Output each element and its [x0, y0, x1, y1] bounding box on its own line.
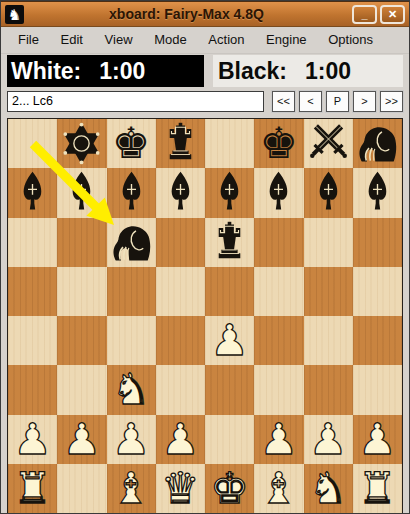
piece-white-pawn[interactable]: ♟ — [304, 415, 353, 464]
black-clock-label: Black: — [218, 58, 287, 85]
square-d7[interactable] — [156, 168, 205, 217]
square-d6[interactable] — [156, 218, 205, 267]
menu-options[interactable]: Options — [319, 27, 382, 53]
square-d1[interactable]: ♛ — [156, 464, 205, 513]
square-b6[interactable] — [57, 218, 106, 267]
navigation-row: 2... Lc6 << < P > >> — [1, 88, 409, 115]
square-c8[interactable]: ♚ — [107, 119, 156, 168]
square-f1[interactable]: ♝ — [254, 464, 303, 513]
piece-white-bishop[interactable]: ♝ — [254, 464, 303, 513]
square-h8[interactable] — [353, 119, 402, 168]
square-c5[interactable] — [107, 267, 156, 316]
menu-bar: File Edit View Mode Action Engine Option… — [1, 27, 409, 54]
menu-view[interactable]: View — [96, 27, 142, 53]
minimize-button[interactable]: _ — [352, 5, 377, 24]
square-g1[interactable]: ♞ — [304, 464, 353, 513]
square-a2[interactable]: ♟ — [8, 415, 57, 464]
square-f8[interactable]: ♚ — [254, 119, 303, 168]
piece-black-lieutenant[interactable] — [355, 121, 400, 166]
forward-to-end-button[interactable]: >> — [380, 91, 403, 112]
piece-black-king[interactable]: ♚ — [254, 119, 303, 168]
square-h2[interactable]: ♟ — [353, 415, 402, 464]
menu-action[interactable]: Action — [199, 27, 253, 53]
square-h1[interactable]: ♜ — [353, 464, 402, 513]
menu-file[interactable]: File — [9, 27, 48, 53]
piece-black-hoplite[interactable] — [158, 170, 203, 215]
piece-black-hoplite[interactable] — [256, 170, 301, 215]
square-e4[interactable]: ♟ — [205, 316, 254, 365]
square-d4[interactable] — [156, 316, 205, 365]
forward-button[interactable]: > — [353, 91, 376, 112]
square-a1[interactable]: ♜ — [8, 464, 57, 513]
square-e2[interactable] — [205, 415, 254, 464]
piece-white-pawn[interactable]: ♟ — [205, 316, 254, 365]
close-button[interactable]: ✕ — [380, 5, 405, 24]
square-c2[interactable]: ♟ — [107, 415, 156, 464]
piece-black-hoplite[interactable] — [355, 170, 400, 215]
square-g3[interactable] — [304, 365, 353, 414]
menu-edit[interactable]: Edit — [52, 27, 92, 53]
square-h4[interactable] — [353, 316, 402, 365]
black-clock[interactable]: Black: 1:00 — [213, 55, 403, 87]
piece-black-hoplite[interactable] — [59, 170, 104, 215]
square-b3[interactable] — [57, 365, 106, 414]
piece-white-pawn[interactable]: ♟ — [8, 415, 57, 464]
white-clock[interactable]: White: 1:00 — [7, 55, 204, 87]
move-indicator-field[interactable]: 2... Lc6 — [7, 91, 264, 112]
board-frame: ♚♚♟♞♟♟♟♟♟♟♟♜♝♛♚♝♞♜ — [7, 118, 403, 514]
menu-mode[interactable]: Mode — [145, 27, 196, 53]
square-g6[interactable] — [304, 218, 353, 267]
square-h6[interactable] — [353, 218, 402, 267]
square-e6[interactable] — [205, 218, 254, 267]
square-e7[interactable] — [205, 168, 254, 217]
nav-buttons: << < P > >> — [272, 91, 403, 112]
menu-engine[interactable]: Engine — [257, 27, 315, 53]
square-c6[interactable] — [107, 218, 156, 267]
piece-white-bishop[interactable]: ♝ — [107, 464, 156, 513]
square-a4[interactable] — [8, 316, 57, 365]
square-d2[interactable]: ♟ — [156, 415, 205, 464]
square-e1[interactable]: ♚ — [205, 464, 254, 513]
piece-black-hoplite[interactable] — [10, 170, 55, 215]
rewind-to-start-button[interactable]: << — [272, 91, 295, 112]
square-a6[interactable] — [8, 218, 57, 267]
piece-white-knight[interactable]: ♞ — [304, 464, 353, 513]
piece-white-king[interactable]: ♚ — [205, 464, 254, 513]
square-b4[interactable] — [57, 316, 106, 365]
white-clock-time: 1:00 — [99, 58, 145, 85]
square-b5[interactable] — [57, 267, 106, 316]
piece-black-lieutenant[interactable] — [109, 220, 154, 265]
window-title: xboard: Fairy-Max 4.8Q — [24, 6, 349, 22]
back-button[interactable]: < — [299, 91, 322, 112]
square-h7[interactable] — [353, 168, 402, 217]
pause-button[interactable]: P — [326, 91, 349, 112]
piece-black-king[interactable]: ♚ — [107, 119, 156, 168]
piece-black-hoplite[interactable] — [109, 170, 154, 215]
black-clock-time: 1:00 — [305, 58, 351, 85]
piece-white-pawn[interactable]: ♟ — [57, 415, 106, 464]
square-d5[interactable] — [156, 267, 205, 316]
square-g8[interactable] — [304, 119, 353, 168]
square-f4[interactable] — [254, 316, 303, 365]
piece-white-pawn[interactable]: ♟ — [353, 415, 402, 464]
title-bar: ♞ xboard: Fairy-Max 4.8Q _ ✕ — [1, 1, 409, 27]
square-f5[interactable] — [254, 267, 303, 316]
app-knight-icon: ♞ — [5, 5, 24, 24]
piece-white-rook[interactable]: ♜ — [8, 464, 57, 513]
square-b2[interactable]: ♟ — [57, 415, 106, 464]
piece-white-queen[interactable]: ♛ — [156, 464, 205, 513]
square-h3[interactable] — [353, 365, 402, 414]
board: ♚♚♟♞♟♟♟♟♟♟♟♜♝♛♚♝♞♜ — [8, 119, 402, 513]
square-f2[interactable]: ♟ — [254, 415, 303, 464]
square-g2[interactable]: ♟ — [304, 415, 353, 464]
square-c1[interactable]: ♝ — [107, 464, 156, 513]
square-h5[interactable] — [353, 267, 402, 316]
square-b8[interactable] — [57, 119, 106, 168]
white-clock-label: White: — [11, 58, 81, 85]
square-a8[interactable] — [8, 119, 57, 168]
square-a5[interactable] — [8, 267, 57, 316]
square-c7[interactable] — [107, 168, 156, 217]
piece-black-general[interactable] — [59, 121, 104, 166]
piece-white-pawn[interactable]: ♟ — [107, 415, 156, 464]
piece-black-hoplite[interactable] — [306, 170, 351, 215]
square-e8[interactable] — [205, 119, 254, 168]
square-a7[interactable] — [8, 168, 57, 217]
xboard-window: ♞ xboard: Fairy-Max 4.8Q _ ✕ File Edit V… — [0, 0, 410, 514]
square-b1[interactable] — [57, 464, 106, 513]
piece-black-warlord[interactable] — [306, 121, 351, 166]
square-d3[interactable] — [156, 365, 205, 414]
piece-white-rook[interactable]: ♜ — [353, 464, 402, 513]
piece-black-captain[interactable] — [158, 121, 203, 166]
square-b7[interactable] — [57, 168, 106, 217]
square-a3[interactable] — [8, 365, 57, 414]
square-f7[interactable] — [254, 168, 303, 217]
clock-row: White: 1:00 Black: 1:00 — [1, 54, 409, 88]
piece-black-hoplite[interactable] — [207, 170, 252, 215]
piece-black-captain[interactable] — [207, 220, 252, 265]
square-c4[interactable] — [107, 316, 156, 365]
square-d8[interactable] — [156, 119, 205, 168]
square-f6[interactable] — [254, 218, 303, 267]
piece-white-knight[interactable]: ♞ — [107, 365, 156, 414]
square-c3[interactable]: ♞ — [107, 365, 156, 414]
piece-white-pawn[interactable]: ♟ — [156, 415, 205, 464]
square-e3[interactable] — [205, 365, 254, 414]
square-g4[interactable] — [304, 316, 353, 365]
square-g5[interactable] — [304, 267, 353, 316]
square-g7[interactable] — [304, 168, 353, 217]
square-f3[interactable] — [254, 365, 303, 414]
piece-white-pawn[interactable]: ♟ — [254, 415, 303, 464]
square-e5[interactable] — [205, 267, 254, 316]
